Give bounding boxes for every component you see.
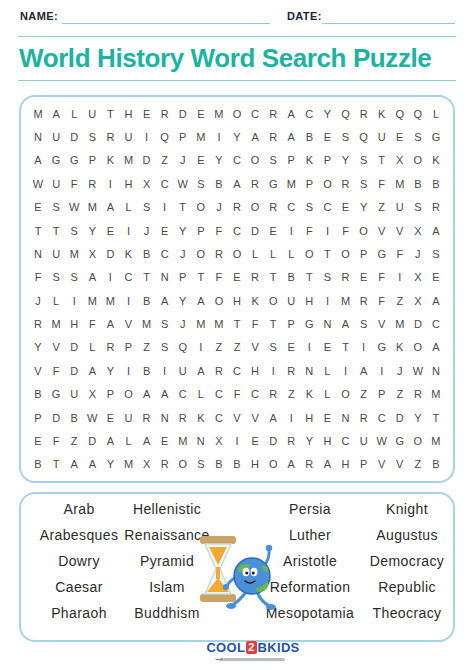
- grid-cell: O: [119, 383, 137, 406]
- hourglass-icon: [200, 536, 236, 602]
- grid-cell: A: [282, 102, 300, 125]
- grid-cell: Z: [138, 336, 156, 359]
- grid-cell: Y: [355, 196, 373, 219]
- grid-cell: I: [282, 219, 300, 242]
- grid-cell: N: [29, 242, 47, 265]
- grid-cell: W: [373, 429, 391, 452]
- grid-cell: Y: [29, 336, 47, 359]
- grid-cell: R: [101, 125, 119, 148]
- grid-cell: C: [228, 219, 246, 242]
- grid-cell: P: [29, 406, 47, 429]
- grid-cell: F: [300, 219, 318, 242]
- grid-cell: T: [47, 453, 65, 476]
- grid-cell: R: [355, 102, 373, 125]
- grid-cell: O: [228, 102, 246, 125]
- grid-cell: A: [427, 336, 445, 359]
- grid-cell: P: [101, 383, 119, 406]
- grid-cell: G: [427, 125, 445, 148]
- grid-cell: W: [65, 196, 83, 219]
- grid-cell: A: [47, 102, 65, 125]
- grid-cell: Q: [409, 102, 427, 125]
- grid-cell: B: [300, 125, 318, 148]
- grid-cell: C: [246, 383, 264, 406]
- grid-cell: A: [83, 266, 101, 289]
- grid-cell: V: [391, 219, 409, 242]
- grid-cell: A: [192, 289, 210, 312]
- grid-cell: B: [427, 453, 445, 476]
- grid-cell: A: [264, 406, 282, 429]
- grid-cell: A: [29, 149, 47, 172]
- grid-cell: V: [29, 359, 47, 382]
- grid-cell: M: [29, 102, 47, 125]
- grid-cell: A: [138, 429, 156, 452]
- grid-cell: E: [246, 429, 264, 452]
- grid-cell: K: [300, 383, 318, 406]
- grid-cell: N: [156, 266, 174, 289]
- grid-cell: I: [210, 125, 228, 148]
- grid-cell: P: [373, 383, 391, 406]
- grid-cell: Y: [336, 149, 354, 172]
- grid-cell: S: [355, 149, 373, 172]
- grid-cell: A: [336, 312, 354, 335]
- grid-cell: K: [246, 289, 264, 312]
- grid-cell: B: [282, 266, 300, 289]
- grid-cell: R: [156, 102, 174, 125]
- grid-cell: Y: [83, 219, 101, 242]
- grid-cell: T: [101, 102, 119, 125]
- grid-cell: E: [264, 219, 282, 242]
- grid-cell: H: [228, 289, 246, 312]
- grid-cell: E: [29, 196, 47, 219]
- grid-cell: G: [391, 429, 409, 452]
- grid-cell: O: [192, 196, 210, 219]
- grid-cell: L: [246, 242, 264, 265]
- grid-cell: S: [83, 125, 101, 148]
- grid-cell: S: [300, 196, 318, 219]
- grid-cell: F: [336, 219, 354, 242]
- grid-cell: L: [119, 429, 137, 452]
- grid-cell: D: [65, 125, 83, 148]
- grid-cell: Z: [228, 336, 246, 359]
- grid-cell: L: [318, 359, 336, 382]
- grid-cell: R: [174, 406, 192, 429]
- grid-cell: R: [228, 196, 246, 219]
- grid-cell: Y: [174, 219, 192, 242]
- grid-cell: I: [355, 336, 373, 359]
- grid-cell: A: [156, 383, 174, 406]
- grid-cell: E: [318, 336, 336, 359]
- grid-cell: F: [210, 266, 228, 289]
- grid-cell: C: [300, 102, 318, 125]
- grid-cell: R: [101, 336, 119, 359]
- grid-cell: V: [246, 406, 264, 429]
- grid-cell: I: [101, 172, 119, 195]
- grid-cell: L: [65, 102, 83, 125]
- grid-cell: E: [29, 429, 47, 452]
- grid-cell: V: [47, 336, 65, 359]
- grid-cell: M: [119, 453, 137, 476]
- grid-cell: P: [282, 149, 300, 172]
- grid-cell: O: [336, 242, 354, 265]
- grid-cell: M: [65, 242, 83, 265]
- grid-cell: H: [336, 453, 354, 476]
- grid-cell: K: [300, 149, 318, 172]
- grid-cell: R: [210, 242, 228, 265]
- grid-cell: I: [101, 266, 119, 289]
- grid-cell: A: [101, 429, 119, 452]
- grid-cell: A: [156, 289, 174, 312]
- grid-cell: A: [427, 219, 445, 242]
- grid-cell: R: [264, 196, 282, 219]
- grid-cell: I: [336, 359, 354, 382]
- grid-cell: T: [138, 266, 156, 289]
- grid-cell: H: [119, 172, 137, 195]
- grid-cell: H: [300, 289, 318, 312]
- grid-cell: M: [427, 383, 445, 406]
- grid-cell: O: [174, 453, 192, 476]
- logo-cool-text: COOL: [206, 640, 245, 655]
- grid-cell: Z: [65, 429, 83, 452]
- grid-cell: S: [409, 196, 427, 219]
- grid-cell: F: [83, 312, 101, 335]
- grid-cell: T: [228, 312, 246, 335]
- grid-cell: I: [318, 219, 336, 242]
- grid-cell: Y: [101, 359, 119, 382]
- grid-cell: T: [192, 266, 210, 289]
- grid-cell: G: [373, 336, 391, 359]
- grid-cell: N: [29, 125, 47, 148]
- grid-cell: R: [156, 453, 174, 476]
- grid-cell: C: [282, 196, 300, 219]
- word-list-box: ArabArabesquesDowryCaesarPharaoh Helleni…: [19, 492, 455, 642]
- grid-cell: R: [355, 406, 373, 429]
- grid-cell: D: [246, 219, 264, 242]
- grid-cell: A: [282, 125, 300, 148]
- grid-cell: R: [427, 196, 445, 219]
- grid-cell: S: [192, 453, 210, 476]
- name-blank-line: [62, 23, 270, 24]
- grid-cell: V: [373, 219, 391, 242]
- grid-cell: D: [47, 406, 65, 429]
- grid-cell: I: [373, 359, 391, 382]
- grid-cell: I: [119, 289, 137, 312]
- grid-cell: U: [355, 429, 373, 452]
- grid-cell: Y: [228, 125, 246, 148]
- grid-cell: L: [427, 102, 445, 125]
- logo-bkids-text: BKIDS: [258, 640, 300, 655]
- grid-cell: T: [300, 266, 318, 289]
- grid-cell: Y: [409, 406, 427, 429]
- grid-cell: A: [138, 383, 156, 406]
- grid-cell: N: [318, 312, 336, 335]
- grid-cell: M: [210, 312, 228, 335]
- grid-cell: W: [83, 406, 101, 429]
- grid-cell: M: [282, 172, 300, 195]
- grid-cell: S: [409, 125, 427, 148]
- grid-cell: E: [318, 406, 336, 429]
- grid-cell: P: [355, 242, 373, 265]
- grid-cell: N: [156, 406, 174, 429]
- grid-cell: V: [391, 453, 409, 476]
- grid-cell: C: [318, 196, 336, 219]
- grid-cell: N: [336, 406, 354, 429]
- grid-cell: L: [47, 289, 65, 312]
- grid-cell: P: [174, 266, 192, 289]
- grid-cell: C: [210, 383, 228, 406]
- grid-cell: I: [138, 125, 156, 148]
- pencil-icon: [215, 656, 291, 663]
- logo-two-badge: 2: [246, 641, 256, 654]
- grid-cell: K: [427, 149, 445, 172]
- grid-cell: R: [83, 172, 101, 195]
- grid-cell: I: [391, 266, 409, 289]
- grid-cell: U: [83, 102, 101, 125]
- word-list-item: Hellenistic: [107, 496, 227, 522]
- grid-cell: B: [409, 172, 427, 195]
- grid-cell: Q: [391, 102, 409, 125]
- grid-cell: R: [264, 383, 282, 406]
- grid-cell: J: [409, 242, 427, 265]
- grid-cell: A: [101, 196, 119, 219]
- title-divider-bottom: [18, 80, 456, 81]
- grid-cell: F: [373, 266, 391, 289]
- grid-cell: A: [228, 172, 246, 195]
- grid-cell: S: [138, 196, 156, 219]
- grid-cell: E: [391, 125, 409, 148]
- grid-cell: C: [228, 149, 246, 172]
- grid-cell: Y: [101, 453, 119, 476]
- grid-cell: X: [409, 219, 427, 242]
- grid-cell: I: [65, 289, 83, 312]
- grid-cell: M: [391, 312, 409, 335]
- grid-cell: J: [138, 219, 156, 242]
- grid-cell: F: [47, 359, 65, 382]
- grid-cell: B: [228, 453, 246, 476]
- grid-cell: C: [210, 406, 228, 429]
- grid-cell: K: [373, 102, 391, 125]
- grid-cell: S: [156, 336, 174, 359]
- grid-cell: R: [264, 102, 282, 125]
- grid-cell: S: [318, 266, 336, 289]
- grid-cell: B: [138, 359, 156, 382]
- word-list-item: Democracy: [351, 548, 463, 574]
- word-list-item: Augustus: [351, 522, 463, 548]
- grid-cell: U: [119, 125, 137, 148]
- grid-cell: C: [246, 102, 264, 125]
- grid-cell: Z: [409, 453, 427, 476]
- grid-cell: H: [300, 406, 318, 429]
- grid-cell: J: [391, 359, 409, 382]
- grid-cell: I: [192, 336, 210, 359]
- grid-cell: K: [101, 149, 119, 172]
- grid-cell: O: [264, 289, 282, 312]
- grid-cell: Y: [210, 149, 228, 172]
- grid-cell: U: [282, 289, 300, 312]
- grid-cell: X: [409, 266, 427, 289]
- grid-cell: O: [228, 242, 246, 265]
- grid-cell: M: [427, 429, 445, 452]
- grid-cell: I: [156, 359, 174, 382]
- grid-cell: Z: [391, 383, 409, 406]
- grid-cell: F: [29, 266, 47, 289]
- grid-cell: Z: [373, 196, 391, 219]
- grid-cell: D: [174, 102, 192, 125]
- grid-cell: E: [336, 196, 354, 219]
- grid-cell: L: [83, 336, 101, 359]
- grid-cell: M: [47, 312, 65, 335]
- cool2bkids-logo[interactable]: COOL 2 BKIDS: [198, 640, 308, 666]
- grid-cell: B: [210, 453, 228, 476]
- grid-cell: U: [47, 125, 65, 148]
- grid-cell: Q: [174, 336, 192, 359]
- grid-cell: I: [228, 429, 246, 452]
- grid-cell: X: [409, 289, 427, 312]
- grid-cell: O: [192, 242, 210, 265]
- grid-cell: B: [210, 172, 228, 195]
- grid-cell: A: [246, 125, 264, 148]
- grid-cell: I: [282, 406, 300, 429]
- grid-cell: M: [336, 289, 354, 312]
- grid-cell: E: [101, 219, 119, 242]
- grid-cell: A: [65, 453, 83, 476]
- grid-cell: M: [83, 289, 101, 312]
- grid-cell: P: [318, 149, 336, 172]
- grid-cell: L: [264, 242, 282, 265]
- grid-cell: D: [391, 406, 409, 429]
- grid-cell: R: [336, 172, 354, 195]
- grid-cell: U: [47, 172, 65, 195]
- grid-cell: O: [409, 429, 427, 452]
- grid-cell: J: [210, 196, 228, 219]
- grid-cell: D: [264, 429, 282, 452]
- grid-cell: K: [391, 336, 409, 359]
- grid-cell: P: [355, 453, 373, 476]
- grid-cell: A: [192, 359, 210, 382]
- grid-cell: P: [119, 336, 137, 359]
- grid-cell: P: [282, 312, 300, 335]
- grid-cell: C: [156, 172, 174, 195]
- grid-cell: W: [409, 359, 427, 382]
- grid-cell: I: [318, 289, 336, 312]
- grid-cell: B: [138, 289, 156, 312]
- grid-cell: B: [427, 172, 445, 195]
- grid-cell: G: [373, 242, 391, 265]
- grid-cell: P: [192, 219, 210, 242]
- grid-cell: J: [174, 312, 192, 335]
- grid-cell: H: [65, 312, 83, 335]
- grid-cell: H: [246, 453, 264, 476]
- grid-cell: N: [300, 359, 318, 382]
- grid-cell: S: [264, 149, 282, 172]
- grid-cell: T: [174, 196, 192, 219]
- grid-cell: T: [336, 336, 354, 359]
- grid-cell: F: [373, 172, 391, 195]
- grid-cell: C: [373, 406, 391, 429]
- grid-cell: O: [336, 383, 354, 406]
- grid-cell: P: [300, 172, 318, 195]
- grid-cell: V: [119, 312, 137, 335]
- grid-cell: F: [373, 289, 391, 312]
- grid-cell: M: [192, 125, 210, 148]
- grid-cell: K: [192, 406, 210, 429]
- grid-cell: I: [300, 336, 318, 359]
- grid-cell: R: [29, 312, 47, 335]
- grid-cell: E: [192, 102, 210, 125]
- grid-cell: M: [210, 102, 228, 125]
- grid-cell: M: [83, 196, 101, 219]
- grid-cell: S: [336, 125, 354, 148]
- grid-cell: F: [228, 383, 246, 406]
- grid-cell: B: [29, 453, 47, 476]
- word-column: KnightAugustusDemocracyRepublicTheocracy: [351, 496, 463, 626]
- grid-cell: T: [264, 312, 282, 335]
- grid-cell: T: [29, 219, 47, 242]
- grid-cell: F: [246, 312, 264, 335]
- grid-cell: S: [47, 196, 65, 219]
- grid-cell: E: [101, 406, 119, 429]
- grid-cell: O: [210, 289, 228, 312]
- grid-cell: R: [210, 359, 228, 382]
- grid-cell: Q: [336, 102, 354, 125]
- grid-cell: Q: [156, 125, 174, 148]
- grid-cell: T: [47, 219, 65, 242]
- grid-cell: X: [83, 383, 101, 406]
- grid-cell: O: [246, 196, 264, 219]
- grid-cell: S: [264, 336, 282, 359]
- grid-cell: D: [65, 359, 83, 382]
- grid-cell: A: [282, 453, 300, 476]
- grid-cell: A: [427, 289, 445, 312]
- grid-cell: H: [246, 359, 264, 382]
- grid-cell: U: [119, 406, 137, 429]
- hourglass-globe-icon: [192, 534, 294, 626]
- grid-cell: O: [318, 172, 336, 195]
- grid-cell: J: [174, 242, 192, 265]
- grid-cell: H: [318, 429, 336, 452]
- grid-cell: R: [336, 266, 354, 289]
- grid-cell: V: [246, 336, 264, 359]
- grid-cell: S: [156, 312, 174, 335]
- grid-cell: C: [228, 359, 246, 382]
- grid-cell: L: [192, 383, 210, 406]
- grid-cell: M: [119, 149, 137, 172]
- grid-cell: S: [65, 219, 83, 242]
- grid-cell: G: [300, 312, 318, 335]
- name-label: NAME:: [20, 10, 58, 22]
- grid-cell: E: [228, 266, 246, 289]
- grid-cell: U: [391, 196, 409, 219]
- grid-cell: B: [65, 406, 83, 429]
- grid-cell: S: [355, 312, 373, 335]
- grid-cell: M: [174, 429, 192, 452]
- grid-cell: V: [373, 312, 391, 335]
- grid-cell: C: [119, 266, 137, 289]
- grid-cell: A: [355, 359, 373, 382]
- grid-cell: X: [391, 149, 409, 172]
- date-blank-line: [322, 23, 455, 24]
- grid-cell: B: [138, 242, 156, 265]
- grid-cell: C: [427, 312, 445, 335]
- grid-cell: N: [192, 429, 210, 452]
- grid-cell: D: [83, 429, 101, 452]
- grid-cell: B: [29, 383, 47, 406]
- grid-cell: L: [119, 196, 137, 219]
- grid-cell: A: [83, 453, 101, 476]
- grid-cell: S: [355, 172, 373, 195]
- grid-cell: X: [138, 453, 156, 476]
- grid-cell: Y: [174, 289, 192, 312]
- grid-cell: X: [83, 242, 101, 265]
